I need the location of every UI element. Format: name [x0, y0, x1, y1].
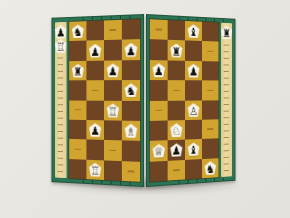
square-r2c4[interactable]: ♟	[122, 39, 140, 60]
square-r8c7[interactable]	[185, 159, 202, 180]
square-r1c5[interactable]	[150, 19, 168, 40]
square-r5c3[interactable]: ♖	[104, 100, 122, 120]
spare-tiles-left: ♟♖	[54, 25, 67, 53]
square-r6c6[interactable]: ♘	[168, 120, 185, 140]
square-r5c2[interactable]	[86, 100, 104, 120]
piece-black-rook[interactable]: ♜	[220, 26, 233, 40]
piece-white-knight[interactable]: ♘	[169, 123, 183, 137]
square-r7c2[interactable]	[86, 140, 104, 160]
black-rook-glyph: ♜	[222, 26, 231, 40]
black-bishop-glyph: ♝	[189, 25, 198, 39]
square-r3c7[interactable]: ♟	[185, 61, 202, 81]
piece-white-rook[interactable]: ♖	[88, 163, 102, 177]
square-r8c1[interactable]	[69, 159, 86, 179]
square-r3c2[interactable]	[86, 60, 104, 80]
square-r1c4[interactable]	[122, 19, 140, 40]
square-r6c3[interactable]	[104, 120, 122, 140]
square-r1c8[interactable]	[202, 22, 219, 42]
square-r6c8[interactable]	[202, 119, 219, 139]
black-bishop-glyph: ♝	[189, 143, 198, 157]
black-rook-glyph: ♜	[73, 64, 82, 78]
black-pawn-glyph: ♟	[154, 64, 164, 78]
piece-black-pawn[interactable]: ♟	[124, 43, 138, 57]
square-r7c4[interactable]	[122, 141, 140, 162]
piece-black-bishop[interactable]: ♝	[187, 24, 200, 38]
square-r8c4[interactable]	[122, 161, 140, 182]
board-left-half: ♞♟♟♜♟♞♖♟♗♖	[69, 19, 140, 182]
piece-black-pawn[interactable]: ♟	[88, 44, 102, 58]
square-r4c1[interactable]	[69, 80, 86, 100]
black-pawn-glyph: ♟	[189, 64, 198, 78]
square-r3c1[interactable]: ♜	[69, 61, 86, 81]
piece-black-knight[interactable]: ♞	[124, 83, 138, 97]
square-r7c6[interactable]: ♟	[168, 140, 185, 161]
piece-black-knight[interactable]: ♞	[204, 161, 217, 175]
square-r1c6[interactable]	[168, 20, 185, 41]
square-r2c1[interactable]	[69, 41, 86, 61]
notation-strip-left: ♟♖	[55, 22, 67, 178]
square-r4c6[interactable]	[168, 80, 185, 100]
white-pawn-glyph: ♙	[189, 104, 198, 118]
square-r5c8[interactable]	[202, 100, 219, 120]
spare-tiles-right: ♜	[220, 26, 233, 40]
square-r3c4[interactable]	[122, 60, 140, 80]
product-photo: ♟♖ ♞♟♟♜♟♞♖♟♗♖ ♝♜♟♟♙♘♕♟♝♞ ♜	[0, 0, 290, 218]
square-r6c5[interactable]	[150, 120, 168, 141]
square-r3c6[interactable]	[168, 60, 185, 80]
square-r8c8[interactable]: ♞	[202, 158, 219, 178]
black-pawn-glyph: ♟	[108, 64, 118, 78]
square-r4c3[interactable]	[104, 80, 122, 100]
square-r4c7[interactable]	[185, 80, 202, 100]
square-r3c5[interactable]: ♟	[150, 60, 168, 80]
piece-black-bishop[interactable]: ♝	[187, 142, 200, 156]
piece-white-rook[interactable]: ♖	[106, 103, 120, 117]
piece-black-knight[interactable]: ♞	[71, 24, 85, 38]
square-r6c4[interactable]: ♗	[122, 120, 140, 141]
piece-black-pawn[interactable]: ♟	[152, 63, 166, 77]
black-pawn-glyph: ♟	[172, 144, 181, 158]
piece-black-pawn[interactable]: ♟	[54, 25, 67, 39]
square-r6c1[interactable]	[69, 120, 86, 140]
piece-black-pawn[interactable]: ♟	[187, 64, 200, 78]
square-r7c8[interactable]	[202, 139, 219, 159]
black-pawn-glyph: ♟	[126, 43, 136, 57]
square-r3c8[interactable]	[202, 61, 219, 81]
square-r5c4[interactable]	[122, 100, 140, 120]
square-r6c7[interactable]	[185, 120, 202, 140]
black-knight-glyph: ♞	[73, 25, 82, 39]
square-r7c7[interactable]: ♝	[185, 139, 202, 159]
square-r5c6[interactable]	[168, 100, 185, 120]
board-right-panel: ♝♜♟♟♙♘♕♟♝♞ ♜	[146, 14, 235, 187]
black-knight-glyph: ♞	[126, 84, 136, 98]
piece-white-bishop[interactable]: ♗	[124, 124, 138, 138]
piece-black-rook[interactable]: ♜	[169, 43, 183, 57]
white-rook-glyph: ♖	[56, 40, 65, 54]
piece-black-pawn[interactable]: ♟	[106, 63, 120, 77]
board-right-half: ♝♜♟♟♙♘♕♟♝♞	[150, 19, 219, 182]
square-r2c7[interactable]	[185, 41, 202, 61]
square-r1c1[interactable]: ♞	[69, 21, 86, 41]
piece-white-queen[interactable]: ♕	[152, 144, 166, 159]
piece-white-pawn[interactable]: ♙	[187, 103, 200, 117]
square-r7c3[interactable]	[104, 140, 122, 161]
square-r7c1[interactable]	[69, 139, 86, 159]
square-r4c2[interactable]	[86, 80, 104, 100]
piece-black-rook[interactable]: ♜	[71, 64, 85, 78]
square-r2c5[interactable]	[150, 40, 168, 61]
folding-chess-set: ♟♖ ♞♟♟♜♟♞♖♟♗♖ ♝♜♟♟♙♘♕♟♝♞ ♜	[0, 14, 290, 192]
board-left-panel: ♟♖ ♞♟♟♜♟♞♖♟♗♖	[51, 14, 144, 187]
square-r4c4[interactable]: ♞	[122, 80, 140, 100]
square-r8c6[interactable]	[168, 160, 185, 181]
square-r2c2[interactable]: ♟	[86, 40, 104, 60]
square-r8c2[interactable]: ♖	[86, 159, 104, 180]
black-pawn-glyph: ♟	[90, 44, 100, 58]
notation-strip-right: ♜	[221, 23, 232, 177]
square-r1c7[interactable]: ♝	[185, 21, 202, 41]
square-r3c3[interactable]: ♟	[104, 60, 122, 80]
black-rook-glyph: ♜	[172, 44, 181, 58]
square-r4c5[interactable]	[150, 80, 168, 100]
square-r2c8[interactable]	[202, 41, 219, 61]
white-queen-glyph: ♕	[154, 144, 164, 158]
square-r5c7[interactable]: ♙	[185, 100, 202, 120]
square-r1c2[interactable]	[86, 20, 104, 40]
square-r7c5[interactable]: ♕	[150, 140, 168, 161]
notation-tick-marks	[224, 26, 229, 174]
piece-white-rook[interactable]: ♖	[54, 39, 67, 53]
square-r5c1[interactable]	[69, 100, 86, 120]
square-r6c2[interactable]: ♟	[86, 120, 104, 140]
square-r1c3[interactable]	[104, 20, 122, 41]
black-pawn-glyph: ♟	[90, 124, 100, 138]
white-bishop-glyph: ♗	[126, 124, 136, 138]
white-rook-glyph: ♖	[108, 104, 118, 118]
square-r8c3[interactable]	[104, 160, 122, 181]
white-rook-glyph: ♖	[90, 163, 100, 177]
piece-black-pawn[interactable]: ♟	[169, 143, 183, 157]
piece-black-pawn[interactable]: ♟	[88, 123, 102, 137]
square-r4c8[interactable]	[202, 80, 219, 100]
square-r8c5[interactable]	[150, 161, 168, 182]
square-r2c6[interactable]: ♜	[168, 40, 185, 60]
square-r2c3[interactable]	[104, 40, 122, 60]
black-pawn-glyph: ♟	[56, 25, 65, 39]
black-knight-glyph: ♞	[206, 162, 215, 176]
white-knight-glyph: ♘	[172, 124, 181, 138]
square-r5c5[interactable]	[150, 100, 168, 120]
